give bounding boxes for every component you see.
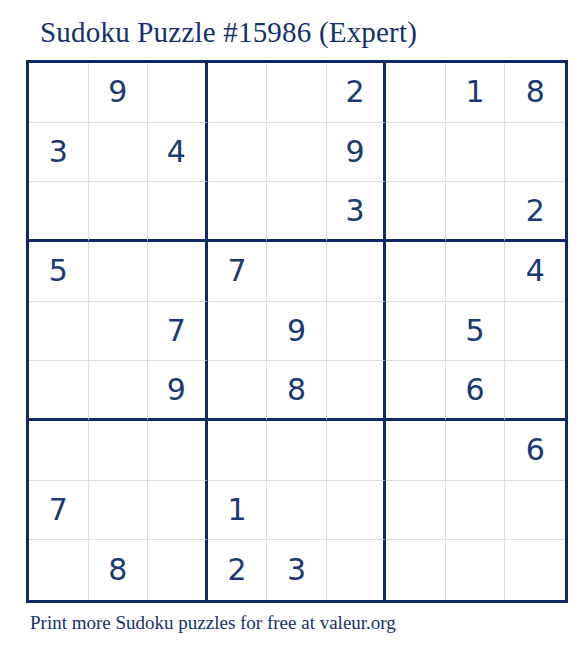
sudoku-empty-cell-r5c7[interactable] (386, 302, 446, 362)
sudoku-empty-cell-r2c5[interactable] (267, 123, 327, 183)
sudoku-empty-cell-r1c5[interactable] (267, 63, 327, 123)
sudoku-given-cell-r3c6: 3 (327, 182, 387, 242)
sudoku-empty-cell-r3c5[interactable] (267, 182, 327, 242)
sudoku-given-cell-r6c5: 8 (267, 361, 327, 421)
sudoku-empty-cell-r3c1[interactable] (29, 182, 89, 242)
sudoku-empty-cell-r2c4[interactable] (208, 123, 268, 183)
sudoku-empty-cell-r4c8[interactable] (446, 242, 506, 302)
sudoku-empty-cell-r8c9[interactable] (505, 481, 565, 541)
sudoku-empty-cell-r2c9[interactable] (505, 123, 565, 183)
sudoku-empty-cell-r3c4[interactable] (208, 182, 268, 242)
sudoku-given-cell-r1c2: 9 (89, 63, 149, 123)
sudoku-empty-cell-r3c7[interactable] (386, 182, 446, 242)
sudoku-given-cell-r8c4: 1 (208, 481, 268, 541)
sudoku-empty-cell-r2c7[interactable] (386, 123, 446, 183)
sudoku-empty-cell-r5c4[interactable] (208, 302, 268, 362)
footer-text: Print more Sudoku puzzles for free at va… (30, 612, 396, 634)
sudoku-given-cell-r5c3: 7 (148, 302, 208, 362)
sudoku-empty-cell-r2c8[interactable] (446, 123, 506, 183)
sudoku-empty-cell-r4c3[interactable] (148, 242, 208, 302)
sudoku-given-cell-r4c4: 7 (208, 242, 268, 302)
sudoku-given-cell-r7c9: 6 (505, 421, 565, 481)
sudoku-empty-cell-r3c8[interactable] (446, 182, 506, 242)
sudoku-empty-cell-r1c7[interactable] (386, 63, 446, 123)
sudoku-empty-cell-r2c2[interactable] (89, 123, 149, 183)
sudoku-empty-cell-r7c7[interactable] (386, 421, 446, 481)
sudoku-empty-cell-r3c3[interactable] (148, 182, 208, 242)
sudoku-given-cell-r9c4: 2 (208, 540, 268, 600)
sudoku-empty-cell-r6c6[interactable] (327, 361, 387, 421)
sudoku-empty-cell-r6c2[interactable] (89, 361, 149, 421)
sudoku-empty-cell-r7c8[interactable] (446, 421, 506, 481)
sudoku-empty-cell-r8c8[interactable] (446, 481, 506, 541)
sudoku-empty-cell-r4c5[interactable] (267, 242, 327, 302)
sudoku-given-cell-r9c2: 8 (89, 540, 149, 600)
sudoku-empty-cell-r7c3[interactable] (148, 421, 208, 481)
sudoku-empty-cell-r1c4[interactable] (208, 63, 268, 123)
sudoku-empty-cell-r7c5[interactable] (267, 421, 327, 481)
sudoku-empty-cell-r9c7[interactable] (386, 540, 446, 600)
page-title: Sudoku Puzzle #15986 (Expert) (40, 16, 417, 49)
sudoku-empty-cell-r8c7[interactable] (386, 481, 446, 541)
sudoku-empty-cell-r7c1[interactable] (29, 421, 89, 481)
sudoku-empty-cell-r9c6[interactable] (327, 540, 387, 600)
sudoku-empty-cell-r7c6[interactable] (327, 421, 387, 481)
sudoku-empty-cell-r6c1[interactable] (29, 361, 89, 421)
sudoku-empty-cell-r9c1[interactable] (29, 540, 89, 600)
sudoku-given-cell-r2c6: 9 (327, 123, 387, 183)
sudoku-given-cell-r6c3: 9 (148, 361, 208, 421)
sudoku-given-cell-r4c9: 4 (505, 242, 565, 302)
sudoku-given-cell-r2c1: 3 (29, 123, 89, 183)
sudoku-empty-cell-r8c3[interactable] (148, 481, 208, 541)
sudoku-empty-cell-r7c2[interactable] (89, 421, 149, 481)
sudoku-empty-cell-r5c9[interactable] (505, 302, 565, 362)
sudoku-given-cell-r2c3: 4 (148, 123, 208, 183)
sudoku-empty-cell-r5c1[interactable] (29, 302, 89, 362)
sudoku-empty-cell-r9c8[interactable] (446, 540, 506, 600)
sudoku-empty-cell-r4c6[interactable] (327, 242, 387, 302)
sudoku-given-cell-r5c5: 9 (267, 302, 327, 362)
sudoku-empty-cell-r8c6[interactable] (327, 481, 387, 541)
sudoku-empty-cell-r4c7[interactable] (386, 242, 446, 302)
sudoku-empty-cell-r6c9[interactable] (505, 361, 565, 421)
sudoku-empty-cell-r1c3[interactable] (148, 63, 208, 123)
sudoku-empty-cell-r3c2[interactable] (89, 182, 149, 242)
sudoku-empty-cell-r6c7[interactable] (386, 361, 446, 421)
sudoku-given-cell-r5c8: 5 (446, 302, 506, 362)
sudoku-given-cell-r4c1: 5 (29, 242, 89, 302)
sudoku-given-cell-r6c8: 6 (446, 361, 506, 421)
sudoku-given-cell-r3c9: 2 (505, 182, 565, 242)
sudoku-empty-cell-r8c2[interactable] (89, 481, 149, 541)
sudoku-given-cell-r9c5: 3 (267, 540, 327, 600)
sudoku-empty-cell-r9c9[interactable] (505, 540, 565, 600)
sudoku-given-cell-r1c6: 2 (327, 63, 387, 123)
sudoku-empty-cell-r6c4[interactable] (208, 361, 268, 421)
sudoku-grid: 921834932574795986671823 (26, 60, 568, 603)
sudoku-empty-cell-r4c2[interactable] (89, 242, 149, 302)
sudoku-empty-cell-r9c3[interactable] (148, 540, 208, 600)
sudoku-empty-cell-r8c5[interactable] (267, 481, 327, 541)
sudoku-given-cell-r1c8: 1 (446, 63, 506, 123)
sudoku-empty-cell-r7c4[interactable] (208, 421, 268, 481)
sudoku-given-cell-r8c1: 7 (29, 481, 89, 541)
sudoku-empty-cell-r5c2[interactable] (89, 302, 149, 362)
sudoku-empty-cell-r5c6[interactable] (327, 302, 387, 362)
sudoku-given-cell-r1c9: 8 (505, 63, 565, 123)
sudoku-empty-cell-r1c1[interactable] (29, 63, 89, 123)
